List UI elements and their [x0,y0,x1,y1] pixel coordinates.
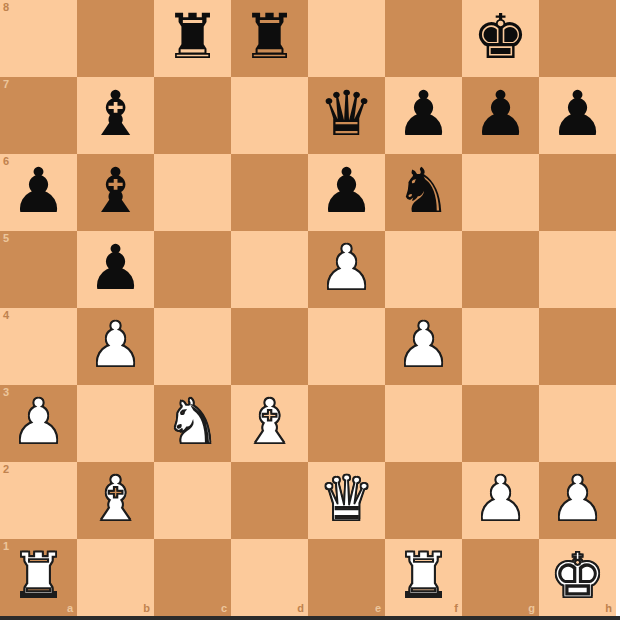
square-h1[interactable]: h♚ [539,539,616,616]
white-pawn-e5[interactable]: ♟ [308,231,385,308]
chess-board: 8♜♜♚7♝♛♟♟♟6♟♝♟♞5♟♟4♟♟3♟♞♝2♝♛♟♟1a♜bcdef♜g… [0,0,616,616]
white-bishop-d3[interactable]: ♝ [231,385,308,462]
black-bishop-b6[interactable]: ♝ [77,154,154,231]
square-a2[interactable]: 2 [0,462,77,539]
square-g7[interactable]: ♟ [462,77,539,154]
square-g1[interactable]: g [462,539,539,616]
black-pawn-e6[interactable]: ♟ [308,154,385,231]
square-h2[interactable]: ♟ [539,462,616,539]
square-d5[interactable] [231,231,308,308]
square-d1[interactable]: d [231,539,308,616]
square-f2[interactable] [385,462,462,539]
file-label-h: h [605,603,612,614]
black-queen-e7[interactable]: ♛ [308,77,385,154]
rank-label-2: 2 [3,464,9,475]
file-label-a: a [67,603,73,614]
rank-label-3: 3 [3,387,9,398]
file-label-g: g [528,603,535,614]
square-c6[interactable] [154,154,231,231]
square-e5[interactable]: ♟ [308,231,385,308]
white-knight-c3[interactable]: ♞ [154,385,231,462]
square-b7[interactable]: ♝ [77,77,154,154]
square-a8[interactable]: 8 [0,0,77,77]
rank-label-7: 7 [3,79,9,90]
square-c1[interactable]: c [154,539,231,616]
square-d4[interactable] [231,308,308,385]
square-e2[interactable]: ♛ [308,462,385,539]
white-pawn-f4[interactable]: ♟ [385,308,462,385]
file-label-d: d [297,603,304,614]
square-c4[interactable] [154,308,231,385]
square-e7[interactable]: ♛ [308,77,385,154]
black-pawn-a6[interactable]: ♟ [0,154,77,231]
black-pawn-f7[interactable]: ♟ [385,77,462,154]
square-d7[interactable] [231,77,308,154]
square-f5[interactable] [385,231,462,308]
black-rook-c8[interactable]: ♜ [154,0,231,77]
square-e4[interactable] [308,308,385,385]
square-g6[interactable] [462,154,539,231]
square-b4[interactable]: ♟ [77,308,154,385]
square-a7[interactable]: 7 [0,77,77,154]
square-g3[interactable] [462,385,539,462]
file-label-b: b [143,603,150,614]
square-e3[interactable] [308,385,385,462]
square-c5[interactable] [154,231,231,308]
black-pawn-h7[interactable]: ♟ [539,77,616,154]
square-a4[interactable]: 4 [0,308,77,385]
rank-label-5: 5 [3,233,9,244]
square-d8[interactable]: ♜ [231,0,308,77]
square-b2[interactable]: ♝ [77,462,154,539]
square-e1[interactable]: e [308,539,385,616]
square-f6[interactable]: ♞ [385,154,462,231]
square-g4[interactable] [462,308,539,385]
square-e8[interactable] [308,0,385,77]
square-a1[interactable]: 1a♜ [0,539,77,616]
square-c8[interactable]: ♜ [154,0,231,77]
square-b6[interactable]: ♝ [77,154,154,231]
rank-label-8: 8 [3,2,9,13]
bottom-edge-strip [0,616,620,620]
square-a5[interactable]: 5 [0,231,77,308]
square-g5[interactable] [462,231,539,308]
square-f7[interactable]: ♟ [385,77,462,154]
file-label-e: e [375,603,381,614]
square-c7[interactable] [154,77,231,154]
square-h6[interactable] [539,154,616,231]
square-f1[interactable]: f♜ [385,539,462,616]
white-pawn-g2[interactable]: ♟ [462,462,539,539]
chess-diagram: 8♜♜♚7♝♛♟♟♟6♟♝♟♞5♟♟4♟♟3♟♞♝2♝♛♟♟1a♜bcdef♜g… [0,0,620,620]
white-rook-f1[interactable]: ♜ [385,539,462,616]
file-label-f: f [454,603,458,614]
square-e6[interactable]: ♟ [308,154,385,231]
square-h4[interactable] [539,308,616,385]
square-d3[interactable]: ♝ [231,385,308,462]
black-king-g8[interactable]: ♚ [462,0,539,77]
white-queen-e2[interactable]: ♛ [308,462,385,539]
square-h8[interactable] [539,0,616,77]
square-f8[interactable] [385,0,462,77]
black-bishop-b7[interactable]: ♝ [77,77,154,154]
white-rook-a1[interactable]: ♜ [0,539,77,616]
black-knight-f6[interactable]: ♞ [385,154,462,231]
black-pawn-b5[interactable]: ♟ [77,231,154,308]
file-label-c: c [221,603,227,614]
square-h5[interactable] [539,231,616,308]
rank-label-6: 6 [3,156,9,167]
right-edge-strip [616,0,620,620]
square-f4[interactable]: ♟ [385,308,462,385]
rank-label-1: 1 [3,541,9,552]
square-b1[interactable]: b [77,539,154,616]
square-b5[interactable]: ♟ [77,231,154,308]
square-a3[interactable]: 3♟ [0,385,77,462]
square-f3[interactable] [385,385,462,462]
white-pawn-h2[interactable]: ♟ [539,462,616,539]
white-pawn-b4[interactable]: ♟ [77,308,154,385]
black-rook-d8[interactable]: ♜ [231,0,308,77]
square-b3[interactable] [77,385,154,462]
white-bishop-b2[interactable]: ♝ [77,462,154,539]
rank-label-4: 4 [3,310,9,321]
square-h7[interactable]: ♟ [539,77,616,154]
square-a6[interactable]: 6♟ [0,154,77,231]
square-h3[interactable] [539,385,616,462]
white-pawn-a3[interactable]: ♟ [0,385,77,462]
square-g8[interactable]: ♚ [462,0,539,77]
square-d2[interactable] [231,462,308,539]
square-d6[interactable] [231,154,308,231]
square-c2[interactable] [154,462,231,539]
square-c3[interactable]: ♞ [154,385,231,462]
black-pawn-g7[interactable]: ♟ [462,77,539,154]
square-b8[interactable] [77,0,154,77]
square-g2[interactable]: ♟ [462,462,539,539]
